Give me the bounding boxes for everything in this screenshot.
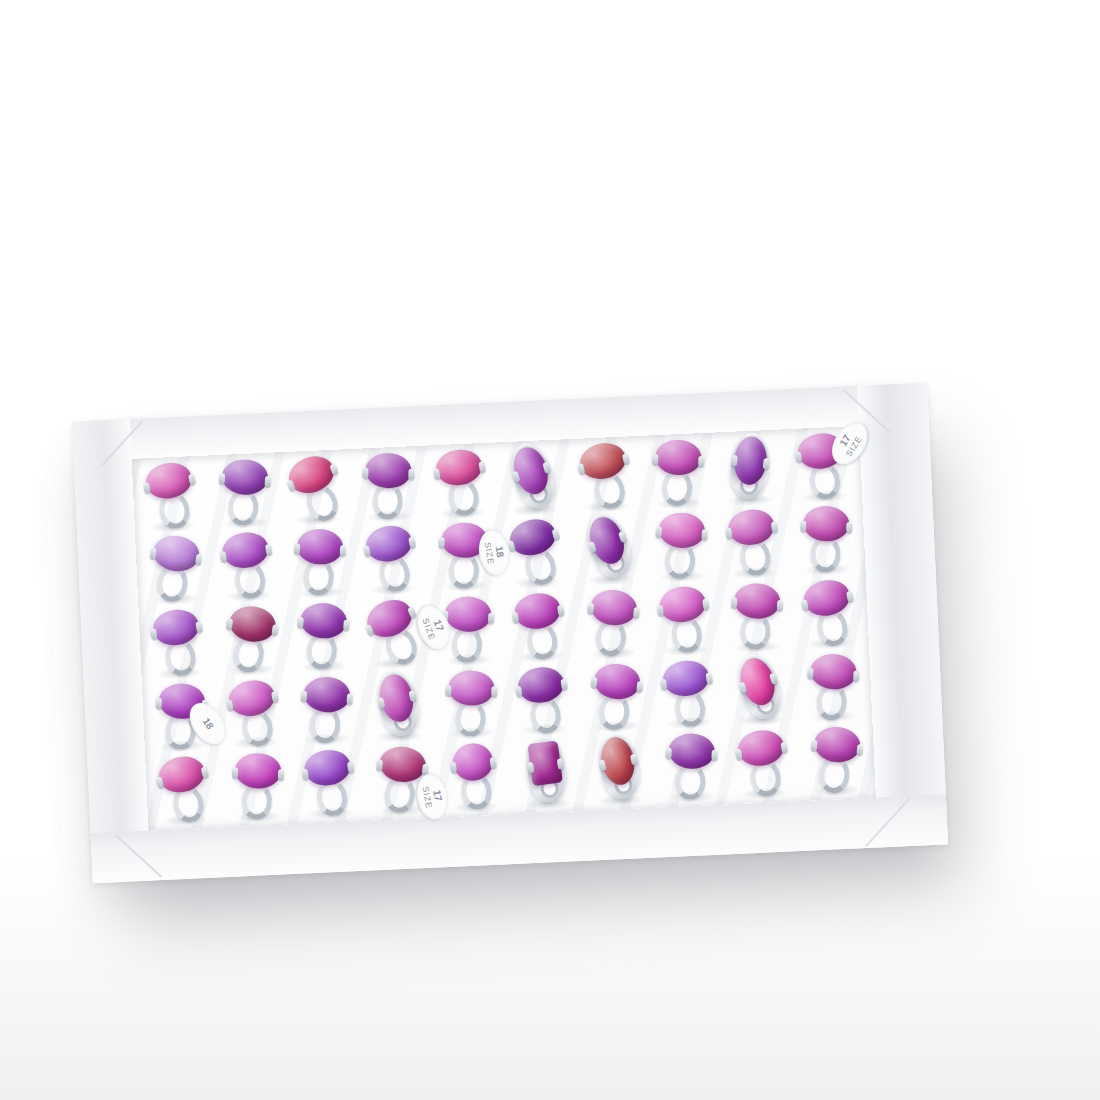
ring: [785, 428, 861, 505]
ring: [285, 598, 361, 675]
gemstone: [296, 529, 343, 566]
jewelry-box: 17SIZE18SIZE17SIZE1817SIZE: [72, 383, 948, 883]
ring: [361, 668, 437, 745]
ring: [351, 448, 427, 525]
gemstone: [156, 753, 209, 797]
ring: [509, 735, 585, 812]
ring: [426, 518, 502, 595]
ring: [364, 742, 440, 819]
gemstone: [803, 506, 850, 542]
ring: [495, 441, 571, 518]
gemstone: [364, 523, 416, 566]
ring-band: [664, 542, 696, 580]
ring: [578, 658, 654, 735]
ring: [357, 595, 433, 672]
ring-band: [241, 783, 272, 820]
gemstone: [796, 430, 846, 471]
ring: [719, 578, 795, 655]
ring: [430, 592, 506, 669]
gemstone: [152, 534, 202, 575]
ring: [206, 454, 282, 531]
ring-band: [675, 763, 706, 800]
ring-band: [810, 536, 841, 573]
ring: [147, 752, 223, 829]
ring: [433, 665, 509, 742]
gemstone: [727, 507, 777, 548]
ring: [712, 431, 788, 508]
ring: [574, 585, 650, 662]
ring: [643, 508, 719, 585]
gemstone: [734, 582, 782, 620]
ring: [354, 521, 430, 598]
ring: [423, 444, 499, 521]
gemstone: [506, 515, 559, 560]
gemstone: [365, 452, 412, 488]
gemstone: [441, 523, 488, 559]
gemstone: [158, 682, 205, 719]
gemstone: [302, 747, 353, 788]
ring: [216, 675, 292, 752]
gemstone: [303, 675, 351, 713]
ring: [436, 739, 512, 816]
ring: [213, 601, 289, 678]
gemstone: [221, 458, 269, 496]
gemstone: [528, 741, 563, 787]
gemstone: [801, 577, 853, 620]
ring: [722, 652, 798, 729]
gemstone: [668, 733, 715, 770]
ring: [288, 672, 364, 749]
satin-liner: 17SIZE18SIZE17SIZE1817SIZE: [132, 426, 876, 831]
ring: [499, 515, 575, 592]
gemstone: [227, 604, 277, 645]
gemstone: [143, 459, 195, 502]
gemstone: [220, 530, 271, 571]
ring: [292, 745, 368, 822]
ring: [137, 531, 213, 608]
gemstone: [512, 590, 563, 631]
ring: [571, 511, 647, 588]
gemstone: [736, 728, 787, 769]
gemstone: [433, 447, 484, 488]
ring: [650, 655, 726, 732]
ring: [726, 725, 802, 802]
gemstone: [379, 745, 428, 784]
gemstone: [813, 725, 862, 764]
ring: [140, 605, 216, 682]
ring: [134, 458, 210, 535]
ring: [716, 505, 792, 582]
ring: [278, 451, 354, 528]
ring: [788, 502, 864, 579]
gemstone: [809, 652, 857, 690]
ring: [568, 438, 644, 515]
ring: [144, 678, 220, 755]
gemstone: [655, 439, 702, 476]
ring: [209, 528, 285, 605]
gemstone: [658, 512, 706, 550]
gemstone: [592, 662, 641, 701]
photo-background: 17SIZE18SIZE17SIZE1817SIZE: [0, 0, 1100, 1100]
gemstone: [589, 588, 638, 627]
ring: [798, 722, 874, 799]
ring: [502, 588, 578, 665]
ring: [791, 575, 867, 652]
gemstone: [451, 742, 495, 783]
ring: [219, 748, 295, 825]
gemstone: [444, 596, 491, 633]
gemstone: [658, 584, 708, 625]
gemstone: [516, 664, 567, 705]
ring: [647, 582, 723, 659]
ring-band: [448, 553, 479, 590]
ring: [640, 435, 716, 512]
gemstone: [300, 602, 348, 640]
gemstone: [448, 670, 495, 706]
ring: [282, 525, 358, 602]
ring-band: [303, 559, 334, 596]
ring: [795, 649, 871, 726]
ring: [581, 732, 657, 809]
gemstone: [661, 658, 711, 699]
gemstone: [226, 676, 278, 719]
gemstone: [576, 439, 629, 483]
ring: [505, 662, 581, 739]
rings-grid: [134, 428, 874, 828]
gemstone: [234, 753, 281, 790]
gemstone: [151, 607, 202, 648]
ring: [653, 729, 729, 806]
